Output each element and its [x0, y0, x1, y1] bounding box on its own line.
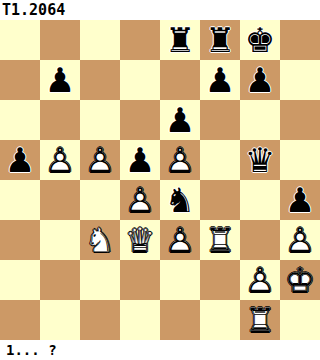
black-pawn[interactable]: ♟: [120, 140, 160, 180]
square-d3[interactable]: ♛♕: [120, 220, 160, 260]
white-queen[interactable]: ♛♕: [120, 220, 160, 260]
square-c2[interactable]: [80, 260, 120, 300]
square-f7[interactable]: ♟: [200, 60, 240, 100]
piece-outline: ♙: [160, 140, 200, 180]
white-pawn[interactable]: ♟♙: [280, 220, 320, 260]
piece-glyph: ♜: [160, 20, 200, 60]
square-h2[interactable]: ♚♔: [280, 260, 320, 300]
black-pawn[interactable]: ♟: [240, 60, 280, 100]
piece-glyph: ♟: [0, 140, 40, 180]
square-g8[interactable]: ♚: [240, 20, 280, 60]
square-c8[interactable]: [80, 20, 120, 60]
white-pawn[interactable]: ♟♙: [240, 260, 280, 300]
square-a7[interactable]: [0, 60, 40, 100]
square-f1[interactable]: [200, 300, 240, 340]
square-d8[interactable]: [120, 20, 160, 60]
square-e8[interactable]: ♜: [160, 20, 200, 60]
piece-glyph: ♟: [280, 180, 320, 220]
black-rook[interactable]: ♜: [160, 20, 200, 60]
white-pawn[interactable]: ♟♙: [160, 140, 200, 180]
square-c5[interactable]: ♟♙: [80, 140, 120, 180]
piece-outline: ♙: [280, 220, 320, 260]
chess-puzzle-page: T1.2064 ♜♜♚♟♟♟♟♟♟♙♟♙♟♟♙♛♟♙♞♟♞♘♛♕♟♙♜♖♟♙♟♙…: [0, 0, 320, 360]
black-pawn[interactable]: ♟: [0, 140, 40, 180]
square-c7[interactable]: [80, 60, 120, 100]
square-h1[interactable]: [280, 300, 320, 340]
white-pawn[interactable]: ♟♙: [80, 140, 120, 180]
piece-glyph: ♞: [160, 180, 200, 220]
square-b1[interactable]: [40, 300, 80, 340]
square-g3[interactable]: [240, 220, 280, 260]
white-pawn[interactable]: ♟♙: [120, 180, 160, 220]
square-b8[interactable]: [40, 20, 80, 60]
black-king[interactable]: ♚: [240, 20, 280, 60]
square-e3[interactable]: ♟♙: [160, 220, 200, 260]
square-h3[interactable]: ♟♙: [280, 220, 320, 260]
chess-board: ♜♜♚♟♟♟♟♟♟♙♟♙♟♟♙♛♟♙♞♟♞♘♛♕♟♙♜♖♟♙♟♙♚♔♜♖: [0, 20, 320, 340]
square-a4[interactable]: [0, 180, 40, 220]
piece-glyph: ♟: [40, 60, 80, 100]
square-c6[interactable]: [80, 100, 120, 140]
square-e4[interactable]: ♞: [160, 180, 200, 220]
square-d4[interactable]: ♟♙: [120, 180, 160, 220]
square-f6[interactable]: [200, 100, 240, 140]
square-e7[interactable]: [160, 60, 200, 100]
square-g5[interactable]: ♛: [240, 140, 280, 180]
square-f5[interactable]: [200, 140, 240, 180]
square-b6[interactable]: [40, 100, 80, 140]
black-pawn[interactable]: ♟: [40, 60, 80, 100]
black-knight[interactable]: ♞: [160, 180, 200, 220]
square-c3[interactable]: ♞♘: [80, 220, 120, 260]
white-rook[interactable]: ♜♖: [240, 300, 280, 340]
black-rook[interactable]: ♜: [200, 20, 240, 60]
white-rook[interactable]: ♜♖: [200, 220, 240, 260]
square-e6[interactable]: ♟: [160, 100, 200, 140]
piece-outline: ♕: [120, 220, 160, 260]
square-b3[interactable]: [40, 220, 80, 260]
square-a5[interactable]: ♟: [0, 140, 40, 180]
square-f2[interactable]: [200, 260, 240, 300]
white-pawn[interactable]: ♟♙: [160, 220, 200, 260]
move-prompt: 1... ?: [0, 340, 320, 360]
square-a1[interactable]: [0, 300, 40, 340]
square-g7[interactable]: ♟: [240, 60, 280, 100]
square-b5[interactable]: ♟♙: [40, 140, 80, 180]
square-b2[interactable]: [40, 260, 80, 300]
piece-outline: ♖: [240, 300, 280, 340]
white-pawn[interactable]: ♟♙: [40, 140, 80, 180]
square-g1[interactable]: ♜♖: [240, 300, 280, 340]
square-f3[interactable]: ♜♖: [200, 220, 240, 260]
piece-outline: ♔: [280, 260, 320, 300]
square-f4[interactable]: [200, 180, 240, 220]
piece-outline: ♘: [80, 220, 120, 260]
square-e5[interactable]: ♟♙: [160, 140, 200, 180]
square-h6[interactable]: [280, 100, 320, 140]
square-g2[interactable]: ♟♙: [240, 260, 280, 300]
square-d1[interactable]: [120, 300, 160, 340]
piece-outline: ♙: [80, 140, 120, 180]
piece-glyph: ♟: [120, 140, 160, 180]
square-d5[interactable]: ♟: [120, 140, 160, 180]
square-e1[interactable]: [160, 300, 200, 340]
square-b7[interactable]: ♟: [40, 60, 80, 100]
piece-outline: ♙: [160, 220, 200, 260]
square-h8[interactable]: [280, 20, 320, 60]
square-g6[interactable]: [240, 100, 280, 140]
black-pawn[interactable]: ♟: [200, 60, 240, 100]
piece-glyph: ♟: [240, 60, 280, 100]
square-a3[interactable]: [0, 220, 40, 260]
square-a8[interactable]: [0, 20, 40, 60]
piece-glyph: ♛: [240, 140, 280, 180]
square-h5[interactable]: [280, 140, 320, 180]
black-queen[interactable]: ♛: [240, 140, 280, 180]
square-c1[interactable]: [80, 300, 120, 340]
piece-glyph: ♚: [240, 20, 280, 60]
piece-outline: ♙: [120, 180, 160, 220]
square-b4[interactable]: [40, 180, 80, 220]
puzzle-title: T1.2064: [0, 0, 320, 20]
square-d2[interactable]: [120, 260, 160, 300]
piece-outline: ♙: [40, 140, 80, 180]
white-king[interactable]: ♚♔: [280, 260, 320, 300]
piece-outline: ♖: [200, 220, 240, 260]
square-c4[interactable]: [80, 180, 120, 220]
black-pawn[interactable]: ♟: [160, 100, 200, 140]
square-f8[interactable]: ♜: [200, 20, 240, 60]
square-g4[interactable]: [240, 180, 280, 220]
square-a6[interactable]: [0, 100, 40, 140]
square-a2[interactable]: [0, 260, 40, 300]
square-h7[interactable]: [280, 60, 320, 100]
square-e2[interactable]: [160, 260, 200, 300]
black-pawn[interactable]: ♟: [280, 180, 320, 220]
square-d6[interactable]: [120, 100, 160, 140]
white-knight[interactable]: ♞♘: [80, 220, 120, 260]
piece-glyph: ♟: [200, 60, 240, 100]
square-d7[interactable]: [120, 60, 160, 100]
piece-glyph: ♜: [200, 20, 240, 60]
square-h4[interactable]: ♟: [280, 180, 320, 220]
piece-glyph: ♟: [160, 100, 200, 140]
piece-outline: ♙: [240, 260, 280, 300]
